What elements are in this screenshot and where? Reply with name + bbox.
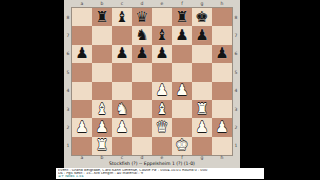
square-a7[interactable] [72, 26, 92, 44]
square-c3[interactable]: ♞ [112, 100, 132, 118]
coord-label: 4 [67, 88, 70, 93]
coord-label: 4 [235, 88, 238, 93]
black-pawn: ♟ [175, 28, 188, 43]
square-d2[interactable] [132, 118, 152, 136]
coord-label: f [172, 0, 192, 8]
coord-label: 3 [235, 107, 238, 112]
black-pawn: ♟ [135, 46, 148, 61]
white-pawn: ♟ [155, 83, 168, 98]
square-c4[interactable] [112, 82, 132, 100]
square-h7[interactable] [212, 26, 232, 44]
square-e8[interactable] [152, 8, 172, 26]
white-pawn: ♟ [95, 120, 108, 135]
board: ♜♝♛♜♚♞♝♟♟♟♟♟♟♟♟♟♝♞♝♜♟♟♟♛♟♟♜♚ [72, 8, 232, 155]
square-a6[interactable]: ♟ [72, 45, 92, 63]
square-f8[interactable]: ♜ [172, 8, 192, 26]
coord-label: 5 [235, 70, 238, 75]
square-c6[interactable]: ♟ [112, 45, 132, 63]
black-queen: ♛ [135, 10, 148, 25]
square-a5[interactable] [72, 63, 92, 81]
square-e6[interactable]: ♟ [152, 45, 172, 63]
square-f7[interactable]: ♟ [172, 26, 192, 44]
square-e3[interactable]: ♝ [152, 100, 172, 118]
square-f1[interactable]: ♚ [172, 137, 192, 155]
square-e7[interactable]: ♝ [152, 26, 172, 44]
square-f6[interactable] [172, 45, 192, 63]
board-frame: abcdefgh 87654321 87654321 ♜♝♛♜♚♞♝♟♟♟♟♟♟… [64, 0, 240, 168]
square-b3[interactable]: ♝ [92, 100, 112, 118]
square-f2[interactable] [172, 118, 192, 136]
square-b6[interactable] [92, 45, 112, 63]
square-c7[interactable] [112, 26, 132, 44]
white-bishop: ♝ [155, 102, 168, 117]
black-pawn: ♟ [155, 46, 168, 61]
square-d5[interactable] [132, 63, 152, 81]
black-bishop: ♝ [115, 10, 128, 25]
square-e4[interactable]: ♟ [152, 82, 172, 100]
black-rook: ♜ [175, 10, 188, 25]
square-h2[interactable]: ♟ [212, 118, 232, 136]
square-g7[interactable]: ♟ [192, 26, 212, 44]
white-pawn: ♟ [75, 120, 88, 135]
square-g8[interactable]: ♚ [192, 8, 212, 26]
square-c8[interactable]: ♝ [112, 8, 132, 26]
black-knight: ♞ [135, 28, 148, 43]
square-f3[interactable] [172, 100, 192, 118]
square-d8[interactable]: ♛ [132, 8, 152, 26]
square-d3[interactable] [132, 100, 152, 118]
square-h6[interactable]: ♟ [212, 45, 232, 63]
black-rook: ♜ [95, 10, 108, 25]
black-king: ♚ [195, 10, 208, 25]
square-h5[interactable] [212, 63, 232, 81]
coord-label: 1 [67, 143, 70, 148]
square-a8[interactable] [72, 8, 92, 26]
coord-label: a [72, 0, 92, 8]
square-f4[interactable]: ♟ [172, 82, 192, 100]
square-c5[interactable] [112, 63, 132, 81]
coord-label: 2 [235, 125, 238, 130]
square-g3[interactable]: ♜ [192, 100, 212, 118]
square-d7[interactable]: ♞ [132, 26, 152, 44]
square-d4[interactable] [132, 82, 152, 100]
coord-label: h [212, 0, 232, 8]
square-c2[interactable]: ♟ [112, 118, 132, 136]
square-f5[interactable] [172, 63, 192, 81]
coord-label: 6 [235, 51, 238, 56]
coord-label: 1 [235, 143, 238, 148]
coord-label: 6 [67, 51, 70, 56]
coord-label: 5 [67, 70, 70, 75]
white-rook: ♜ [195, 102, 208, 117]
video-frame: abcdefgh 87654321 87654321 ♜♝♛♜♚♞♝♟♟♟♟♟♟… [0, 0, 320, 180]
coord-label: d [132, 0, 152, 8]
rank-labels-right: 87654321 [232, 8, 240, 155]
coord-label: 2 [67, 125, 70, 130]
white-knight: ♞ [115, 102, 128, 117]
square-e2[interactable]: ♛ [152, 118, 172, 136]
square-b7[interactable] [92, 26, 112, 44]
square-d6[interactable]: ♟ [132, 45, 152, 63]
black-bishop: ♝ [155, 28, 168, 43]
black-pawn: ♟ [215, 46, 228, 61]
black-pawn: ♟ [75, 46, 88, 61]
game-info-box: Event : Grand Belgrade, Caro-Kann Defens… [56, 168, 264, 179]
square-g1[interactable] [192, 137, 212, 155]
square-h8[interactable] [212, 8, 232, 26]
coord-label: b [92, 0, 112, 8]
coord-label: 7 [67, 33, 70, 38]
square-g5[interactable] [192, 63, 212, 81]
white-rook: ♜ [95, 138, 108, 153]
white-king: ♚ [175, 138, 188, 153]
square-g6[interactable] [192, 45, 212, 63]
square-h1[interactable] [212, 137, 232, 155]
white-pawn: ♟ [195, 120, 208, 135]
square-b4[interactable] [92, 82, 112, 100]
square-g2[interactable]: ♟ [192, 118, 212, 136]
coord-label: g [192, 0, 212, 8]
square-a2[interactable]: ♟ [72, 118, 92, 136]
coord-label: e [152, 0, 172, 8]
square-h3[interactable] [212, 100, 232, 118]
square-e1[interactable] [152, 137, 172, 155]
square-h4[interactable] [212, 82, 232, 100]
square-b8[interactable]: ♜ [92, 8, 112, 26]
square-a3[interactable] [72, 100, 92, 118]
white-queen: ♛ [155, 120, 168, 135]
coord-label: 8 [67, 15, 70, 20]
white-pawn: ♟ [115, 120, 128, 135]
square-c1[interactable] [112, 137, 132, 155]
square-b2[interactable]: ♟ [92, 118, 112, 136]
engine-eval-link[interactable]: =+ Nxd5 1.5s [58, 175, 262, 178]
square-d1[interactable] [132, 137, 152, 155]
square-g4[interactable] [192, 82, 212, 100]
white-pawn: ♟ [215, 120, 228, 135]
black-pawn: ♟ [115, 46, 128, 61]
square-b5[interactable] [92, 63, 112, 81]
rank-labels-left: 87654321 [64, 8, 72, 155]
black-pawn: ♟ [195, 28, 208, 43]
file-labels-top: abcdefgh [72, 0, 232, 8]
coord-label: 3 [67, 107, 70, 112]
white-pawn: ♟ [175, 83, 188, 98]
coord-label: 7 [235, 33, 238, 38]
square-e5[interactable] [152, 63, 172, 81]
square-a4[interactable] [72, 82, 92, 100]
coord-label: 8 [235, 15, 238, 20]
white-bishop: ♝ [95, 102, 108, 117]
players-line: Stockfish (?) -- Eppelsheim 1 (?) (1-0) [64, 160, 240, 168]
square-b1[interactable]: ♜ [92, 137, 112, 155]
coord-label: c [112, 0, 132, 8]
square-a1[interactable] [72, 137, 92, 155]
